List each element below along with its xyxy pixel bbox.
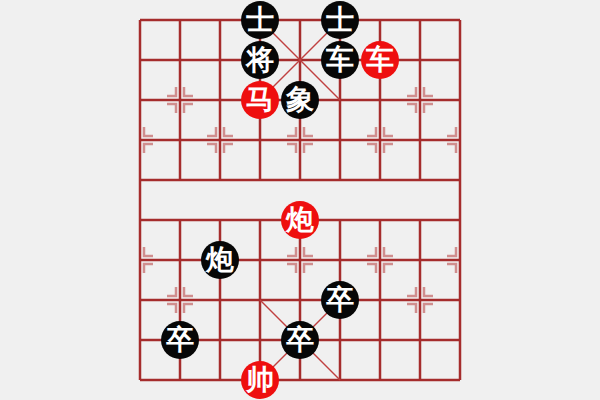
board-point-6-7[interactable] <box>360 280 400 320</box>
black-advisor[interactable]: 士 <box>241 1 279 39</box>
board-point-8-8[interactable] <box>440 320 480 360</box>
board-point-8-3[interactable] <box>440 120 480 160</box>
board-point-3-1[interactable]: 将 <box>240 40 280 80</box>
board-point-5-9[interactable] <box>320 360 360 400</box>
black-soldier[interactable]: 卒 <box>321 281 359 319</box>
board-point-1-6[interactable] <box>160 240 200 280</box>
board-point-8-1[interactable] <box>440 40 480 80</box>
board-point-0-4[interactable] <box>120 160 160 200</box>
board-point-5-7[interactable]: 卒 <box>320 280 360 320</box>
black-soldier[interactable]: 卒 <box>281 321 319 359</box>
board-point-8-5[interactable] <box>440 200 480 240</box>
board-point-7-2[interactable] <box>400 80 440 120</box>
black-chariot[interactable]: 车 <box>321 41 359 79</box>
board-point-2-2[interactable] <box>200 80 240 120</box>
board-point-0-1[interactable] <box>120 40 160 80</box>
black-cannon[interactable]: 炮 <box>201 241 239 279</box>
board-point-7-3[interactable] <box>400 120 440 160</box>
board-point-2-1[interactable] <box>200 40 240 80</box>
board-point-4-1[interactable] <box>280 40 320 80</box>
board-point-5-0[interactable]: 士 <box>320 0 360 40</box>
board-point-4-0[interactable] <box>280 0 320 40</box>
board-point-3-6[interactable] <box>240 240 280 280</box>
board-point-3-7[interactable] <box>240 280 280 320</box>
board-point-7-4[interactable] <box>400 160 440 200</box>
xiangqi-board-screenshot: 士士将车车马象炮炮卒卒卒帅 <box>0 0 600 400</box>
board-point-1-0[interactable] <box>160 0 200 40</box>
board-point-2-9[interactable] <box>200 360 240 400</box>
board-point-4-8[interactable]: 卒 <box>280 320 320 360</box>
black-elephant[interactable]: 象 <box>281 81 319 119</box>
board-point-3-8[interactable] <box>240 320 280 360</box>
board-point-1-4[interactable] <box>160 160 200 200</box>
board-point-2-5[interactable] <box>200 200 240 240</box>
board-point-8-7[interactable] <box>440 280 480 320</box>
board-point-5-3[interactable] <box>320 120 360 160</box>
board-point-6-3[interactable] <box>360 120 400 160</box>
board-point-0-2[interactable] <box>120 80 160 120</box>
board-point-3-2[interactable]: 马 <box>240 80 280 120</box>
board-point-4-6[interactable] <box>280 240 320 280</box>
board-point-1-5[interactable] <box>160 200 200 240</box>
board-point-1-1[interactable] <box>160 40 200 80</box>
board-point-8-2[interactable] <box>440 80 480 120</box>
board-point-5-8[interactable] <box>320 320 360 360</box>
board-point-4-7[interactable] <box>280 280 320 320</box>
board-point-8-0[interactable] <box>440 0 480 40</box>
board-point-1-3[interactable] <box>160 120 200 160</box>
board-point-3-4[interactable] <box>240 160 280 200</box>
xiangqi-board[interactable]: 士士将车车马象炮炮卒卒卒帅 <box>120 0 480 400</box>
board-point-3-0[interactable]: 士 <box>240 0 280 40</box>
board-point-2-3[interactable] <box>200 120 240 160</box>
board-point-6-2[interactable] <box>360 80 400 120</box>
board-point-5-4[interactable] <box>320 160 360 200</box>
board-point-1-2[interactable] <box>160 80 200 120</box>
board-point-6-9[interactable] <box>360 360 400 400</box>
board-point-7-5[interactable] <box>400 200 440 240</box>
board-point-2-7[interactable] <box>200 280 240 320</box>
board-point-0-7[interactable] <box>120 280 160 320</box>
board-point-6-8[interactable] <box>360 320 400 360</box>
board-point-2-4[interactable] <box>200 160 240 200</box>
board-point-0-0[interactable] <box>120 0 160 40</box>
board-point-7-8[interactable] <box>400 320 440 360</box>
board-point-4-2[interactable]: 象 <box>280 80 320 120</box>
board-point-4-5[interactable]: 炮 <box>280 200 320 240</box>
board-point-4-9[interactable] <box>280 360 320 400</box>
board-point-8-9[interactable] <box>440 360 480 400</box>
black-advisor[interactable]: 士 <box>321 1 359 39</box>
board-point-6-6[interactable] <box>360 240 400 280</box>
board-point-3-3[interactable] <box>240 120 280 160</box>
black-general[interactable]: 将 <box>241 41 279 79</box>
board-point-7-0[interactable] <box>400 0 440 40</box>
red-cannon[interactable]: 炮 <box>281 201 319 239</box>
board-point-1-8[interactable]: 卒 <box>160 320 200 360</box>
red-general[interactable]: 帅 <box>241 361 279 399</box>
board-point-6-0[interactable] <box>360 0 400 40</box>
board-point-7-9[interactable] <box>400 360 440 400</box>
board-point-7-7[interactable] <box>400 280 440 320</box>
board-point-2-0[interactable] <box>200 0 240 40</box>
board-point-7-1[interactable] <box>400 40 440 80</box>
board-point-5-5[interactable] <box>320 200 360 240</box>
board-point-1-9[interactable] <box>160 360 200 400</box>
board-point-6-4[interactable] <box>360 160 400 200</box>
board-point-0-5[interactable] <box>120 200 160 240</box>
board-point-6-1[interactable]: 车 <box>360 40 400 80</box>
board-point-1-7[interactable] <box>160 280 200 320</box>
board-point-0-3[interactable] <box>120 120 160 160</box>
board-point-0-8[interactable] <box>120 320 160 360</box>
board-point-2-6[interactable]: 炮 <box>200 240 240 280</box>
board-point-5-6[interactable] <box>320 240 360 280</box>
black-soldier[interactable]: 卒 <box>161 321 199 359</box>
board-point-5-1[interactable]: 车 <box>320 40 360 80</box>
red-horse[interactable]: 马 <box>241 81 279 119</box>
board-point-4-4[interactable] <box>280 160 320 200</box>
board-point-6-5[interactable] <box>360 200 400 240</box>
board-point-4-3[interactable] <box>280 120 320 160</box>
board-point-7-6[interactable] <box>400 240 440 280</box>
board-point-0-6[interactable] <box>120 240 160 280</box>
board-point-2-8[interactable] <box>200 320 240 360</box>
board-point-3-9[interactable]: 帅 <box>240 360 280 400</box>
board-point-8-4[interactable] <box>440 160 480 200</box>
board-point-0-9[interactable] <box>120 360 160 400</box>
board-point-3-5[interactable] <box>240 200 280 240</box>
board-point-5-2[interactable] <box>320 80 360 120</box>
board-point-8-6[interactable] <box>440 240 480 280</box>
red-chariot[interactable]: 车 <box>361 41 399 79</box>
